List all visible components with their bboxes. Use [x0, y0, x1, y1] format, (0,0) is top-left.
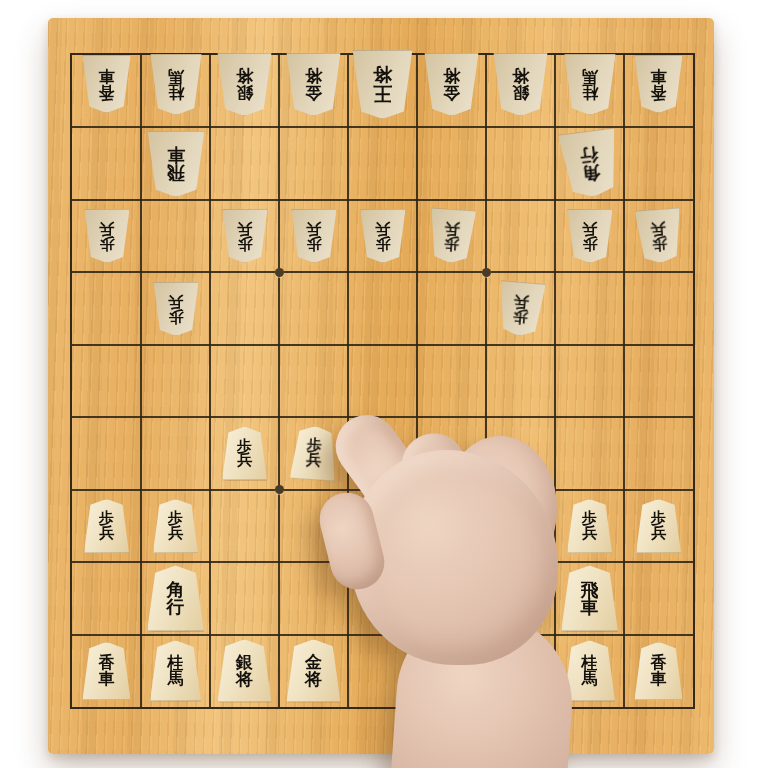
- hand: [0, 0, 768, 768]
